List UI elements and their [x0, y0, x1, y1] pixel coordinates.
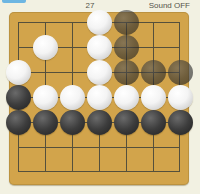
intersection-b6[interactable] [32, 135, 59, 160]
intersection-f1[interactable] [140, 10, 167, 35]
white-stone [168, 85, 193, 110]
intersection-b2[interactable] [32, 35, 59, 60]
intersection-e6[interactable] [113, 135, 140, 160]
intersection-g6[interactable] [167, 135, 194, 160]
black-stone [168, 110, 193, 135]
black-stone-transparent [114, 35, 139, 60]
intersection-a6[interactable] [5, 135, 32, 160]
intersection-c4[interactable] [59, 85, 86, 110]
intersection-d1[interactable] [86, 10, 113, 35]
black-stone [60, 110, 85, 135]
white-stone [87, 10, 112, 35]
intersection-g1[interactable] [167, 10, 194, 35]
white-stone [87, 35, 112, 60]
intersection-a2[interactable] [5, 35, 32, 60]
app-screen: 27 Sound OFF [0, 0, 200, 194]
intersection-c5[interactable] [59, 110, 86, 135]
intersection-g5[interactable] [167, 110, 194, 135]
intersection-e4[interactable] [113, 85, 140, 110]
intersection-b5[interactable] [32, 110, 59, 135]
white-stone [87, 60, 112, 85]
black-stone [87, 110, 112, 135]
top-left-button-partial[interactable] [2, 0, 26, 3]
white-stone [6, 60, 31, 85]
intersection-d4[interactable] [86, 85, 113, 110]
intersection-g4[interactable] [167, 85, 194, 110]
white-stone [141, 85, 166, 110]
black-stone-transparent [114, 60, 139, 85]
black-stone-transparent [114, 10, 139, 35]
white-stone [33, 35, 58, 60]
intersection-d3[interactable] [86, 60, 113, 85]
intersection-c6[interactable] [59, 135, 86, 160]
white-stone [87, 85, 112, 110]
intersection-f3[interactable] [140, 60, 167, 85]
intersection-f6[interactable] [140, 135, 167, 160]
intersection-e2[interactable] [113, 35, 140, 60]
intersection-b7[interactable] [32, 160, 59, 185]
intersection-g2[interactable] [167, 35, 194, 60]
black-stone [114, 110, 139, 135]
intersection-a5[interactable] [5, 110, 32, 135]
white-stone [60, 85, 85, 110]
white-stone [33, 85, 58, 110]
intersection-b4[interactable] [32, 85, 59, 110]
black-stone [6, 85, 31, 110]
intersection-e7[interactable] [113, 160, 140, 185]
intersection-d7[interactable] [86, 160, 113, 185]
intersection-c7[interactable] [59, 160, 86, 185]
go-board[interactable] [9, 12, 189, 185]
black-stone [6, 110, 31, 135]
black-stone [141, 110, 166, 135]
intersection-b1[interactable] [32, 10, 59, 35]
intersection-c2[interactable] [59, 35, 86, 60]
intersection-d6[interactable] [86, 135, 113, 160]
intersection-d2[interactable] [86, 35, 113, 60]
intersection-c1[interactable] [59, 10, 86, 35]
stone-grid [5, 10, 194, 185]
intersection-a3[interactable] [5, 60, 32, 85]
black-stone-transparent [141, 60, 166, 85]
intersection-f4[interactable] [140, 85, 167, 110]
intersection-f7[interactable] [140, 160, 167, 185]
intersection-a4[interactable] [5, 85, 32, 110]
intersection-f5[interactable] [140, 110, 167, 135]
black-stone [33, 110, 58, 135]
intersection-g3[interactable] [167, 60, 194, 85]
intersection-a7[interactable] [5, 160, 32, 185]
intersection-b3[interactable] [32, 60, 59, 85]
intersection-e3[interactable] [113, 60, 140, 85]
intersection-c3[interactable] [59, 60, 86, 85]
intersection-g7[interactable] [167, 160, 194, 185]
intersection-d5[interactable] [86, 110, 113, 135]
intersection-f2[interactable] [140, 35, 167, 60]
white-stone [114, 85, 139, 110]
intersection-e1[interactable] [113, 10, 140, 35]
intersection-e5[interactable] [113, 110, 140, 135]
black-stone-transparent [168, 60, 193, 85]
intersection-a1[interactable] [5, 10, 32, 35]
